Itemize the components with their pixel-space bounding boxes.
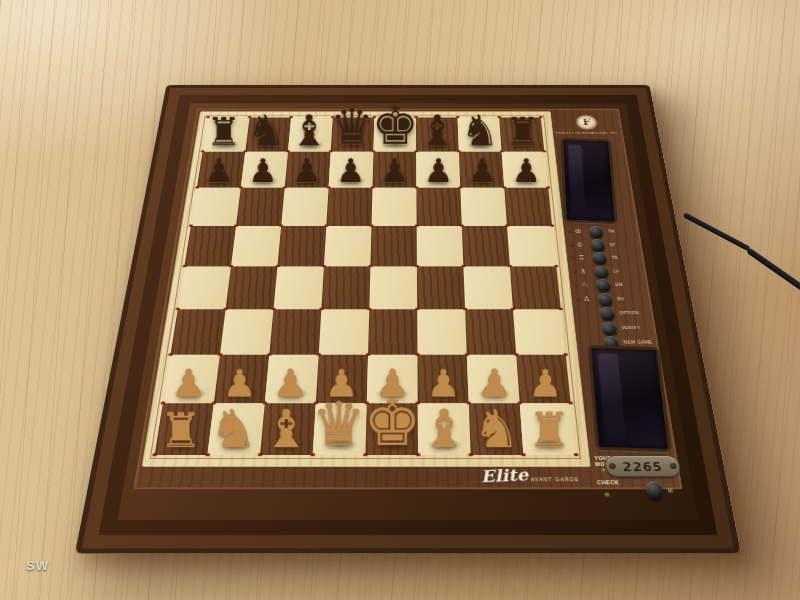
new-game-key[interactable] (603, 336, 620, 351)
key-label: LV (613, 269, 645, 273)
piece-key-row-bishop: ♗LV (570, 265, 647, 279)
square-led-icon (497, 116, 501, 118)
chess-computer: ♜♞♝♛♚♝♞♜♟♟♟♟♟♟♟♟♟♟♟♟♟♟♟♟♜♞♝♛♚♝♞♜ F FIDEL… (128, 0, 688, 572)
pawn-symbol-icon: ♙ (583, 296, 591, 302)
piece-black-pawn-c7[interactable]: ♟ (292, 155, 321, 188)
square-d7[interactable]: ♟ (329, 152, 374, 188)
key-led-icon (570, 243, 574, 246)
square-led-icon (539, 116, 543, 118)
square-e6[interactable] (371, 188, 416, 226)
piece-black-queen-d8[interactable]: ♛ (330, 103, 374, 152)
square-e5[interactable] (370, 226, 416, 266)
function-key-row-verify: VERIFY (576, 321, 657, 336)
square-f7[interactable]: ♟ (416, 152, 460, 188)
rook-symbol-icon: ♖ (578, 255, 586, 261)
key-label: TM (607, 230, 638, 234)
power-cable (683, 212, 751, 251)
square-g7[interactable]: ♟ (459, 152, 504, 188)
piece-black-pawn-h7[interactable]: ♟ (511, 155, 540, 188)
square-e3[interactable] (368, 309, 417, 355)
piece-white-pawn-h2[interactable]: ♟ (528, 365, 562, 403)
key-label: OPTION (619, 311, 652, 315)
square-b6[interactable] (236, 188, 285, 226)
square-b3[interactable] (220, 309, 274, 355)
square-led-icon (458, 186, 462, 188)
piece-black-knight-b8[interactable]: ♞ (248, 109, 286, 152)
rook-key[interactable] (592, 252, 608, 265)
square-f6[interactable] (416, 188, 461, 226)
square-h2[interactable]: ♟ (516, 355, 570, 404)
rating-plate: 2265 (604, 455, 682, 477)
square-led-icon (456, 116, 460, 118)
key-label: VERIFY (621, 325, 655, 329)
square-led-icon (461, 265, 465, 267)
square-b5[interactable] (231, 226, 281, 266)
piece-black-bishop-c8[interactable]: ♝ (290, 109, 328, 152)
square-a5[interactable] (184, 226, 236, 266)
verify-key[interactable] (601, 321, 617, 335)
piece-key-row-pawn: ♙RV (573, 293, 652, 308)
square-a6[interactable] (191, 188, 241, 226)
square-h6[interactable] (504, 188, 552, 226)
piece-black-pawn-a7[interactable]: ♟ (204, 155, 233, 188)
square-led-icon (460, 225, 464, 227)
square-f2[interactable]: ♟ (417, 355, 468, 404)
piece-black-knight-g8[interactable]: ♞ (461, 109, 499, 152)
square-led-icon (329, 150, 333, 152)
square-d1[interactable]: ♛ (313, 403, 367, 455)
square-c6[interactable] (281, 188, 328, 226)
square-led-icon (415, 186, 419, 188)
key-led-icon (573, 270, 577, 273)
piece-white-knight-b1[interactable]: ♞ (210, 402, 257, 455)
square-led-icon (415, 265, 419, 267)
square-c3[interactable] (269, 309, 321, 355)
square-c2[interactable]: ♟ (265, 355, 319, 404)
square-led-icon (414, 116, 418, 118)
queen-symbol-icon: ♕ (576, 242, 584, 248)
square-b7[interactable]: ♟ (241, 152, 288, 188)
function-key-row-option: OPTION (575, 307, 655, 322)
piece-white-bishop-c1[interactable]: ♝ (263, 402, 310, 455)
piece-white-pawn-a2[interactable]: ♟ (171, 365, 205, 403)
square-e1[interactable]: ♚ (365, 403, 418, 455)
option-key[interactable] (599, 307, 615, 321)
square-f5[interactable] (417, 226, 464, 266)
piece-key-row-knight: ♘DM (572, 279, 650, 293)
square-d5[interactable] (324, 226, 372, 266)
square-d3[interactable] (319, 309, 370, 355)
square-led-icon (550, 225, 554, 227)
function-key-row-new-game: NEW GAME (578, 336, 659, 351)
square-h7[interactable]: ♟ (502, 152, 549, 188)
square-a3[interactable] (171, 309, 226, 355)
square-d6[interactable] (326, 188, 372, 226)
key-label: TB (611, 256, 643, 260)
piece-key-row-queen: ♕ST (567, 239, 643, 252)
piece-white-queen-d1[interactable]: ♛ (312, 395, 366, 455)
square-e8[interactable]: ♚ (373, 117, 416, 151)
square-f8[interactable]: ♝ (416, 117, 459, 151)
square-f1[interactable]: ♝ (418, 403, 471, 455)
board-grid: ♜♞♝♛♚♝♞♜♟♟♟♟♟♟♟♟♟♟♟♟♟♟♟♟♜♞♝♛♚♝♞♜ (155, 117, 576, 455)
square-c7[interactable]: ♟ (285, 152, 331, 188)
square-led-icon (508, 265, 512, 267)
piece-white-king-e1[interactable]: ♚ (363, 390, 421, 455)
key-label: RV (617, 297, 650, 301)
piece-key-row-rook: ♖TB (569, 252, 646, 266)
piece-black-rook-h8[interactable]: ♜ (505, 113, 540, 152)
square-a7[interactable]: ♟ (197, 152, 245, 188)
photo-watermark: SW (26, 558, 49, 573)
square-led-icon (502, 186, 506, 188)
piece-white-rook-a1[interactable]: ♜ (160, 407, 203, 455)
piece-black-pawn-e7[interactable]: ♟ (380, 155, 409, 188)
square-h3[interactable] (513, 309, 566, 355)
piece-black-bishop-f8[interactable]: ♝ (418, 109, 456, 152)
square-d8[interactable]: ♛ (331, 117, 375, 151)
square-e7[interactable]: ♟ (372, 152, 416, 188)
key-label: NEW GAME (623, 340, 657, 344)
square-led-icon (373, 116, 377, 118)
screw-icon (669, 463, 677, 469)
square-led-icon (371, 186, 375, 188)
square-led-icon (546, 186, 550, 188)
square-led-icon (368, 265, 372, 267)
chess-computer-board: ♜♞♝♛♚♝♞♜♟♟♟♟♟♟♟♟♟♟♟♟♟♟♟♟♜♞♝♛♚♝♞♜ F FIDEL… (75, 85, 741, 554)
piece-black-pawn-d7[interactable]: ♟ (336, 155, 365, 188)
square-g2[interactable]: ♟ (467, 355, 520, 404)
key-led-icon (571, 256, 575, 259)
king-key[interactable] (589, 226, 604, 238)
key-led-icon (568, 230, 572, 233)
upper-lcd-display (560, 138, 618, 224)
piece-black-rook-a8[interactable]: ♜ (207, 113, 242, 152)
key-label: ST (609, 243, 641, 247)
piece-black-king-e8[interactable]: ♚ (371, 99, 418, 152)
square-led-icon (372, 150, 376, 152)
piece-black-pawn-b7[interactable]: ♟ (248, 155, 277, 188)
bishop-symbol-icon: ♗ (579, 268, 587, 274)
key-led-icon (576, 298, 580, 301)
piece-white-rook-h1[interactable]: ♜ (528, 407, 571, 455)
square-led-icon (457, 150, 461, 152)
queen-key[interactable] (590, 239, 605, 252)
square-g5[interactable] (462, 226, 510, 266)
knight-key[interactable] (596, 279, 612, 292)
square-a8[interactable]: ♜ (203, 117, 250, 151)
square-g1[interactable]: ♞ (469, 403, 524, 455)
square-c5[interactable] (277, 226, 326, 266)
square-h1[interactable]: ♜ (520, 403, 576, 455)
square-g3[interactable] (465, 309, 516, 355)
square-f3[interactable] (417, 309, 467, 355)
piece-black-pawn-f7[interactable]: ♟ (424, 155, 453, 188)
king-symbol-icon: ♔ (575, 229, 583, 235)
square-led-icon (554, 265, 558, 267)
bishop-key[interactable] (594, 265, 610, 278)
square-a2[interactable]: ♟ (163, 355, 220, 404)
square-h5[interactable] (507, 226, 556, 266)
square-b1[interactable]: ♞ (207, 403, 264, 455)
square-a1[interactable]: ♜ (155, 403, 214, 455)
square-led-icon (370, 225, 374, 227)
piece-white-bishop-f1[interactable]: ♝ (421, 402, 468, 455)
square-b2[interactable]: ♟ (214, 355, 269, 404)
screw-icon (608, 463, 616, 469)
square-led-icon (500, 150, 504, 152)
square-led-icon (542, 150, 546, 152)
square-b8[interactable]: ♞ (245, 117, 291, 151)
brand-caption: FIDELITY INTERNATIONAL INC. (553, 131, 622, 134)
piece-key-row-king: ♔TM (566, 226, 641, 239)
fidelity-logo-icon: F (575, 115, 598, 130)
square-g8[interactable]: ♞ (458, 117, 502, 151)
square-led-icon (415, 225, 419, 227)
pawn-key[interactable] (597, 293, 613, 307)
square-led-icon (505, 225, 509, 227)
piece-white-knight-g1[interactable]: ♞ (473, 402, 520, 455)
power-cable (746, 248, 800, 294)
square-g6[interactable] (460, 188, 507, 226)
piece-black-pawn-g7[interactable]: ♟ (468, 155, 497, 188)
square-c8[interactable]: ♝ (288, 117, 333, 151)
square-h8[interactable]: ♜ (499, 117, 544, 151)
square-c1[interactable]: ♝ (260, 403, 316, 455)
lower-lcd-display (588, 345, 672, 452)
square-led-icon (414, 150, 418, 152)
